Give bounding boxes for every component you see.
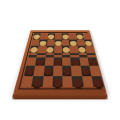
- board-side-edge: [12, 94, 109, 100]
- board-grid: ●●●●●●●●●●●●●●●●●●●●●●●●: [21, 33, 98, 86]
- dark-piece[interactable]: ●: [91, 75, 104, 86]
- square-d3[interactable]: ●: [53, 57, 62, 66]
- dark-piece[interactable]: ●: [43, 65, 53, 75]
- light-piece[interactable]: ●: [54, 39, 62, 45]
- photo-scene: ●●●●●●●●●●●●●●●●●●●●●●●●: [0, 0, 120, 120]
- dark-piece[interactable]: ●: [52, 75, 62, 86]
- square-c1[interactable]: [42, 76, 53, 87]
- light-piece[interactable]: ●: [84, 39, 93, 45]
- square-h6[interactable]: [85, 46, 95, 53]
- square-h1[interactable]: ●: [91, 76, 104, 87]
- checkers-board: ●●●●●●●●●●●●●●●●●●●●●●●●: [13, 30, 106, 94]
- square-c2[interactable]: ●: [43, 66, 53, 76]
- dark-piece[interactable]: ●: [88, 57, 99, 66]
- dark-piece[interactable]: ●: [53, 57, 62, 66]
- square-d6[interactable]: [54, 46, 62, 53]
- square-d1[interactable]: ●: [52, 76, 62, 87]
